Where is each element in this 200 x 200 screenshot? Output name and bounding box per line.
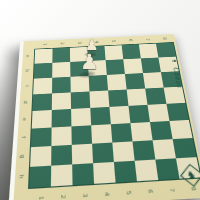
board-cell (114, 161, 137, 183)
board-cell (32, 93, 52, 111)
board-cell (122, 44, 141, 59)
board-cell (89, 75, 108, 92)
knight-icon: ♞ (186, 170, 197, 180)
board-cell (52, 109, 72, 128)
coord-label: 3 (77, 41, 82, 43)
board-cell (52, 92, 71, 110)
board-cell (135, 160, 159, 182)
board-cell (35, 49, 53, 64)
board-cell (30, 146, 51, 167)
board-cell (112, 141, 134, 162)
board-cell (34, 63, 53, 79)
board-cell (51, 145, 72, 166)
board-cell (173, 138, 197, 158)
board-cell (32, 110, 52, 129)
board-cell (70, 47, 88, 62)
board-cell (106, 59, 125, 75)
coord-label: 5 (111, 40, 116, 42)
coord-label: d (23, 101, 28, 104)
coord-label: 8 (162, 37, 167, 39)
board-cell (164, 87, 186, 104)
board-cell (90, 107, 111, 125)
coord-label: 4 (104, 191, 110, 195)
board-cell (156, 43, 176, 58)
coord-label: 4 (94, 41, 99, 43)
board-cell (109, 106, 130, 124)
coord-label: 1 (38, 195, 44, 199)
board-cell (52, 77, 71, 94)
chessboard-photo-scene: 12345678 12345678 abcdefgh abcdefgh ❧ Ch… (0, 0, 200, 200)
coord-label: a (26, 55, 31, 58)
board-cell (51, 164, 73, 186)
board-cell (33, 78, 52, 95)
board-cell (72, 144, 93, 165)
board-cell (93, 162, 116, 184)
board-cell (108, 90, 128, 107)
coord-label: b (25, 69, 30, 72)
board-cell (51, 126, 71, 146)
board-cell (123, 58, 143, 74)
coord-label: f (21, 136, 26, 138)
board-cell (127, 89, 148, 106)
coord-label: c (24, 85, 29, 88)
board-cell (91, 124, 112, 143)
coord-label: 2 (60, 194, 66, 198)
board-cell (169, 120, 192, 139)
coord-label: 2 (60, 42, 65, 44)
board-cell (107, 74, 127, 90)
board-cell (111, 123, 133, 142)
coord-label: g (20, 155, 26, 159)
board-cell (130, 122, 152, 141)
coord-label: 5 (125, 190, 131, 194)
board-cell (71, 91, 91, 109)
board-cell (88, 60, 107, 76)
vinyl-chessboard-mat: 12345678 12345678 abcdefgh abcdefgh ❧ Ch… (8, 34, 200, 200)
coord-label: 6 (147, 189, 153, 193)
coord-label: 6 (128, 39, 133, 41)
board-cell (52, 62, 70, 78)
coord-label: 7 (169, 187, 175, 191)
board-cell (92, 143, 114, 164)
board-cell (132, 140, 155, 160)
board-cell (72, 163, 94, 185)
board-cell (125, 73, 145, 89)
board-cell (70, 61, 88, 77)
board-cell (70, 76, 89, 93)
board-cell (104, 45, 123, 60)
board-cell (31, 128, 52, 148)
coord-label: h (19, 175, 25, 179)
coord-label: 1 (43, 43, 48, 46)
coord-label: e (22, 118, 27, 121)
board-cell (87, 46, 105, 61)
coord-label: 7 (145, 38, 150, 40)
board-cell (166, 103, 188, 121)
board-cell (71, 108, 91, 126)
board-cell (29, 166, 51, 188)
board-cell (89, 90, 109, 107)
coord-label: 3 (82, 193, 88, 197)
board-cell (71, 125, 92, 145)
board-cell (52, 48, 70, 63)
board-cell (128, 105, 149, 123)
